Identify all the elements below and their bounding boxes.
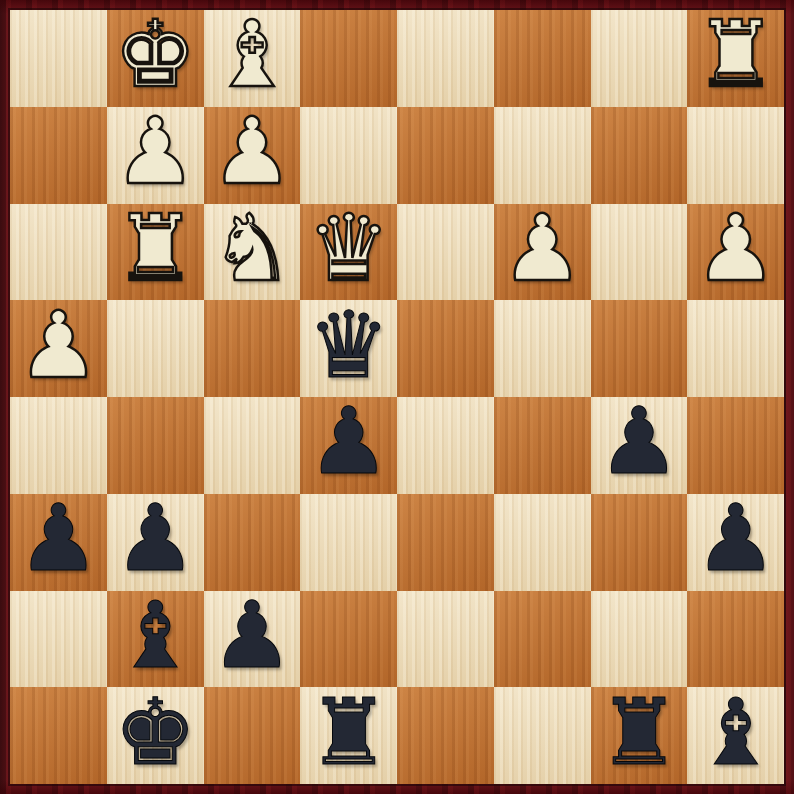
square-a3[interactable]: ♟ [687,204,784,301]
square-f6[interactable] [204,494,301,591]
square-c8[interactable] [494,687,591,784]
square-f4[interactable] [204,300,301,397]
white-knight[interactable]: ♞ [211,203,293,295]
square-e4[interactable]: ♛ [300,300,397,397]
square-b7[interactable] [591,591,688,688]
square-d1[interactable] [397,10,494,107]
square-b1[interactable] [591,10,688,107]
square-g2[interactable]: ♟ [107,107,204,204]
square-a7[interactable] [687,591,784,688]
white-bishop[interactable]: ♝ [211,9,293,101]
black-pawn[interactable]: ♟ [17,493,99,585]
square-f7[interactable]: ♟ [204,591,301,688]
square-h5[interactable] [10,397,107,494]
square-a6[interactable]: ♟ [687,494,784,591]
square-c4[interactable] [494,300,591,397]
white-pawn[interactable]: ♟ [211,106,293,198]
black-rook[interactable]: ♜ [307,687,389,779]
square-d5[interactable] [397,397,494,494]
square-b6[interactable] [591,494,688,591]
square-c7[interactable] [494,591,591,688]
square-c1[interactable] [494,10,591,107]
square-e7[interactable] [300,591,397,688]
square-g8[interactable]: ♚ [107,687,204,784]
square-d4[interactable] [397,300,494,397]
white-queen[interactable]: ♛ [307,203,389,295]
square-f2[interactable]: ♟ [204,107,301,204]
black-pawn[interactable]: ♟ [307,396,389,488]
square-e6[interactable] [300,494,397,591]
square-b3[interactable] [591,204,688,301]
black-pawn[interactable]: ♟ [694,493,776,585]
square-a1[interactable]: ♜ [687,10,784,107]
square-d8[interactable] [397,687,494,784]
square-b8[interactable]: ♜ [591,687,688,784]
square-c6[interactable] [494,494,591,591]
white-rook[interactable]: ♜ [114,203,196,295]
square-e8[interactable]: ♜ [300,687,397,784]
square-g7[interactable]: ♝ [107,591,204,688]
square-b2[interactable] [591,107,688,204]
square-c5[interactable] [494,397,591,494]
black-pawn[interactable]: ♟ [211,590,293,682]
square-e1[interactable] [300,10,397,107]
black-bishop[interactable]: ♝ [694,687,776,779]
black-king[interactable]: ♚ [114,687,196,779]
square-f1[interactable]: ♝ [204,10,301,107]
square-e3[interactable]: ♛ [300,204,397,301]
white-pawn[interactable]: ♟ [501,203,583,295]
square-e2[interactable] [300,107,397,204]
square-c3[interactable]: ♟ [494,204,591,301]
white-rook[interactable]: ♜ [694,9,776,101]
white-pawn[interactable]: ♟ [17,300,99,392]
black-bishop[interactable]: ♝ [114,590,196,682]
square-h8[interactable] [10,687,107,784]
square-h4[interactable]: ♟ [10,300,107,397]
square-d7[interactable] [397,591,494,688]
square-g5[interactable] [107,397,204,494]
black-pawn[interactable]: ♟ [598,396,680,488]
square-b4[interactable] [591,300,688,397]
square-d3[interactable] [397,204,494,301]
white-pawn[interactable]: ♟ [114,106,196,198]
square-h6[interactable]: ♟ [10,494,107,591]
square-h2[interactable] [10,107,107,204]
chess-board: ♚♝♜♟♟♜♞♛♟♟♟♛♟♟♟♟♟♝♟♚♜♜♝ [10,10,784,784]
square-e5[interactable]: ♟ [300,397,397,494]
white-king[interactable]: ♚ [114,9,196,101]
black-pawn[interactable]: ♟ [114,493,196,585]
square-a2[interactable] [687,107,784,204]
square-g6[interactable]: ♟ [107,494,204,591]
square-d6[interactable] [397,494,494,591]
square-g3[interactable]: ♜ [107,204,204,301]
square-h1[interactable] [10,10,107,107]
square-c2[interactable] [494,107,591,204]
chess-board-frame: ♚♝♜♟♟♜♞♛♟♟♟♛♟♟♟♟♟♝♟♚♜♜♝ [0,0,794,794]
black-queen[interactable]: ♛ [307,300,389,392]
square-b5[interactable]: ♟ [591,397,688,494]
square-g4[interactable] [107,300,204,397]
square-f5[interactable] [204,397,301,494]
black-rook[interactable]: ♜ [598,687,680,779]
square-f3[interactable]: ♞ [204,204,301,301]
square-a5[interactable] [687,397,784,494]
white-pawn[interactable]: ♟ [694,203,776,295]
square-d2[interactable] [397,107,494,204]
square-f8[interactable] [204,687,301,784]
square-g1[interactable]: ♚ [107,10,204,107]
square-h3[interactable] [10,204,107,301]
square-h7[interactable] [10,591,107,688]
square-a4[interactable] [687,300,784,397]
square-a8[interactable]: ♝ [687,687,784,784]
